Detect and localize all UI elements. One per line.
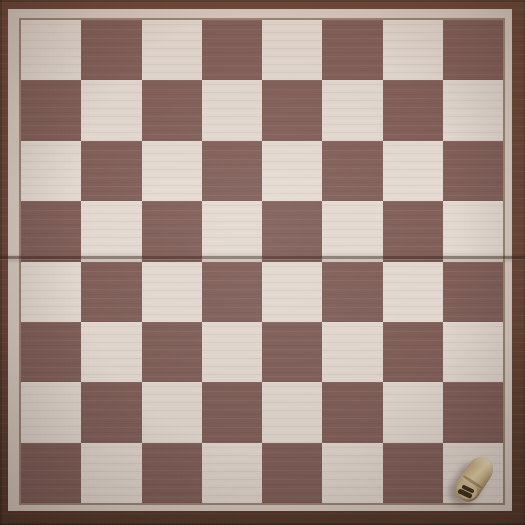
square-e6[interactable] — [262, 141, 322, 201]
square-g2[interactable] — [383, 382, 443, 442]
square-h5[interactable] — [443, 201, 503, 261]
square-h7[interactable] — [443, 80, 503, 140]
square-g7[interactable] — [383, 80, 443, 140]
square-d4[interactable] — [202, 262, 262, 322]
square-c5[interactable] — [142, 201, 202, 261]
square-e5[interactable] — [262, 201, 322, 261]
square-h2[interactable] — [443, 382, 503, 442]
square-b1[interactable] — [81, 443, 141, 503]
square-f1[interactable] — [322, 443, 382, 503]
square-b2[interactable] — [81, 382, 141, 442]
board-grid — [21, 20, 503, 503]
square-c6[interactable] — [142, 141, 202, 201]
square-e1[interactable] — [262, 443, 322, 503]
square-e4[interactable] — [262, 262, 322, 322]
square-c2[interactable] — [142, 382, 202, 442]
square-g4[interactable] — [383, 262, 443, 322]
square-d3[interactable] — [202, 322, 262, 382]
square-e7[interactable] — [262, 80, 322, 140]
square-a6[interactable] — [21, 141, 81, 201]
square-c4[interactable] — [142, 262, 202, 322]
square-h8[interactable] — [443, 20, 503, 80]
square-b7[interactable] — [81, 80, 141, 140]
square-a5[interactable] — [21, 201, 81, 261]
square-d8[interactable] — [202, 20, 262, 80]
square-c3[interactable] — [142, 322, 202, 382]
square-f6[interactable] — [322, 141, 382, 201]
square-g6[interactable] — [383, 141, 443, 201]
square-g5[interactable] — [383, 201, 443, 261]
square-h3[interactable] — [443, 322, 503, 382]
square-a4[interactable] — [21, 262, 81, 322]
square-b5[interactable] — [81, 201, 141, 261]
square-d1[interactable] — [202, 443, 262, 503]
square-a7[interactable] — [21, 80, 81, 140]
square-c7[interactable] — [142, 80, 202, 140]
square-g1[interactable] — [383, 443, 443, 503]
square-g8[interactable] — [383, 20, 443, 80]
square-d5[interactable] — [202, 201, 262, 261]
square-f4[interactable] — [322, 262, 382, 322]
fallen-white-pawn[interactable] — [450, 452, 506, 510]
square-a1[interactable] — [21, 443, 81, 503]
square-c1[interactable] — [142, 443, 202, 503]
square-h6[interactable] — [443, 141, 503, 201]
square-d6[interactable] — [202, 141, 262, 201]
square-g3[interactable] — [383, 322, 443, 382]
square-b4[interactable] — [81, 262, 141, 322]
square-h4[interactable] — [443, 262, 503, 322]
square-d7[interactable] — [202, 80, 262, 140]
square-d2[interactable] — [202, 382, 262, 442]
square-f3[interactable] — [322, 322, 382, 382]
square-a2[interactable] — [21, 382, 81, 442]
square-f5[interactable] — [322, 201, 382, 261]
square-e8[interactable] — [262, 20, 322, 80]
square-e2[interactable] — [262, 382, 322, 442]
square-b6[interactable] — [81, 141, 141, 201]
square-e3[interactable] — [262, 322, 322, 382]
square-c8[interactable] — [142, 20, 202, 80]
board-fold-seam — [0, 256, 525, 259]
square-f2[interactable] — [322, 382, 382, 442]
square-b3[interactable] — [81, 322, 141, 382]
square-b8[interactable] — [81, 20, 141, 80]
square-f8[interactable] — [322, 20, 382, 80]
square-f7[interactable] — [322, 80, 382, 140]
chessboard-photo — [0, 0, 525, 525]
square-a3[interactable] — [21, 322, 81, 382]
square-a8[interactable] — [21, 20, 81, 80]
